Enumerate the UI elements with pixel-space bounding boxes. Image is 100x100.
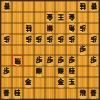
shogi-app: 香桂香金王金桂銀角歩歩歩歩歩歩歩歩歩飛歩歩歩歩歩歩銀銀桂金金玉香桂飛香: [0, 0, 100, 100]
square-r9-c9[interactable]: 香: [88, 88, 99, 99]
square-r9-c3[interactable]: [23, 88, 34, 99]
square-r4-c8[interactable]: [77, 34, 88, 45]
piece-king-gote[interactable]: 王: [56, 12, 65, 22]
square-r1-c5[interactable]: [45, 1, 56, 12]
square-r9-c7[interactable]: [66, 88, 77, 99]
square-r1-c1[interactable]: 香: [1, 1, 12, 12]
square-r6-c4[interactable]: 歩: [34, 55, 45, 66]
piece-silver-sente[interactable]: 銀: [56, 67, 65, 77]
piece-rook-gote[interactable]: 飛: [13, 56, 22, 66]
square-r9-c4[interactable]: [34, 88, 45, 99]
piece-king-sente[interactable]: 玉: [67, 78, 76, 88]
shogi-board: 香桂香金王金桂銀角歩歩歩歩歩歩歩歩歩飛歩歩歩歩歩歩銀銀桂金金玉香桂飛香: [0, 0, 100, 100]
square-r5-c1[interactable]: [1, 45, 12, 56]
piece-pawn-sente[interactable]: 歩: [34, 56, 43, 66]
piece-pawn-gote[interactable]: 歩: [2, 34, 11, 44]
piece-pawn-gote[interactable]: 歩: [67, 34, 76, 44]
piece-pawn-gote[interactable]: 歩: [56, 34, 65, 44]
square-r1-c3[interactable]: [23, 1, 34, 12]
square-r6-c5[interactable]: 歩: [45, 55, 56, 66]
piece-pawn-gote[interactable]: 歩: [24, 34, 33, 44]
square-r1-c6[interactable]: [55, 1, 66, 12]
piece-silver-gote[interactable]: 銀: [45, 23, 54, 33]
square-r6-c9[interactable]: 歩: [88, 55, 99, 66]
square-r6-c7[interactable]: 歩: [66, 55, 77, 66]
square-r4-c4[interactable]: 歩: [34, 34, 45, 45]
piece-pawn-gote[interactable]: 歩: [45, 34, 54, 44]
square-r2-c3[interactable]: [23, 12, 34, 23]
square-r2-c7[interactable]: 金: [66, 12, 77, 23]
square-r3-c4[interactable]: [34, 23, 45, 34]
piece-knight-gote[interactable]: 桂: [78, 1, 87, 11]
piece-pawn-sente[interactable]: 歩: [45, 56, 54, 66]
square-r4-c9[interactable]: 歩: [88, 34, 99, 45]
square-r7-c1[interactable]: 歩: [1, 66, 12, 77]
piece-gold-gote[interactable]: 金: [67, 12, 76, 22]
square-r9-c8[interactable]: 飛: [77, 88, 88, 99]
square-r7-c2[interactable]: [12, 66, 23, 77]
square-r2-c6[interactable]: 王: [55, 12, 66, 23]
piece-rook-sente[interactable]: 飛: [78, 88, 87, 98]
square-r3-c1[interactable]: [1, 23, 12, 34]
square-r4-c6[interactable]: 歩: [55, 34, 66, 45]
square-r2-c2[interactable]: [12, 12, 23, 23]
square-r2-c8[interactable]: [77, 12, 88, 23]
square-r5-c4[interactable]: [34, 45, 45, 56]
square-r1-c9[interactable]: 香: [88, 1, 99, 12]
square-r2-c9[interactable]: [88, 12, 99, 23]
piece-pawn-sente[interactable]: 歩: [78, 45, 87, 55]
square-r7-c8[interactable]: [77, 66, 88, 77]
square-r7-c9[interactable]: [88, 66, 99, 77]
square-r7-c3[interactable]: [23, 66, 34, 77]
piece-lance-gote[interactable]: 香: [2, 1, 11, 11]
square-r3-c5[interactable]: 銀: [45, 23, 56, 34]
square-r5-c9[interactable]: [88, 45, 99, 56]
square-r5-c7[interactable]: [66, 45, 77, 56]
square-r4-c7[interactable]: 歩: [66, 34, 77, 45]
square-r3-c3[interactable]: 桂: [23, 23, 34, 34]
piece-pawn-gote[interactable]: 歩: [34, 34, 43, 44]
square-r8-c4[interactable]: [34, 77, 45, 88]
square-r5-c8[interactable]: 歩: [77, 45, 88, 56]
square-r6-c3[interactable]: [23, 55, 34, 66]
square-r3-c7[interactable]: 角: [66, 23, 77, 34]
square-r1-c7[interactable]: [66, 1, 77, 12]
piece-pawn-sente[interactable]: 歩: [2, 67, 11, 77]
square-r8-c9[interactable]: [88, 77, 99, 88]
piece-pawn-gote[interactable]: 歩: [78, 23, 87, 33]
square-r3-c9[interactable]: [88, 23, 99, 34]
square-r1-c4[interactable]: [34, 1, 45, 12]
piece-gold-sente[interactable]: 金: [56, 78, 65, 88]
square-r8-c6[interactable]: 金: [55, 77, 66, 88]
square-r3-c2[interactable]: [12, 23, 23, 34]
square-r8-c1[interactable]: [1, 77, 12, 88]
square-r7-c4[interactable]: 銀: [34, 66, 45, 77]
square-r5-c2[interactable]: [12, 45, 23, 56]
square-r9-c1[interactable]: 香: [1, 88, 12, 99]
square-r4-c5[interactable]: 歩: [45, 34, 56, 45]
square-r6-c8[interactable]: [77, 55, 88, 66]
square-r5-c6[interactable]: [55, 45, 66, 56]
square-r8-c7[interactable]: 玉: [66, 77, 77, 88]
square-r8-c2[interactable]: [12, 77, 23, 88]
piece-knight-gote[interactable]: 桂: [24, 23, 33, 33]
square-r3-c6[interactable]: [55, 23, 66, 34]
square-r8-c3[interactable]: 金: [23, 77, 34, 88]
piece-knight-sente[interactable]: 桂: [67, 67, 76, 77]
piece-gold-sente[interactable]: 金: [24, 78, 33, 88]
square-r2-c1[interactable]: [1, 12, 12, 23]
square-r7-c7[interactable]: 桂: [66, 66, 77, 77]
square-r7-c6[interactable]: 銀: [55, 66, 66, 77]
square-r7-c5[interactable]: [45, 66, 56, 77]
square-r4-c2[interactable]: [12, 34, 23, 45]
square-r8-c5[interactable]: [45, 77, 56, 88]
square-r3-c8[interactable]: 歩: [77, 23, 88, 34]
square-r2-c5[interactable]: 金: [45, 12, 56, 23]
square-r9-c5[interactable]: [45, 88, 56, 99]
square-r6-c2[interactable]: 飛: [12, 55, 23, 66]
square-r5-c3[interactable]: [23, 45, 34, 56]
piece-knight-sente[interactable]: 桂: [13, 88, 22, 98]
square-r9-c2[interactable]: 桂: [12, 88, 23, 99]
square-r5-c5[interactable]: [45, 45, 56, 56]
square-r8-c8[interactable]: [77, 77, 88, 88]
piece-lance-gote[interactable]: 香: [89, 1, 98, 11]
square-r6-c6[interactable]: 歩: [55, 55, 66, 66]
square-r9-c6[interactable]: [55, 88, 66, 99]
square-r1-c8[interactable]: 桂: [77, 1, 88, 12]
square-r4-c3[interactable]: 歩: [23, 34, 34, 45]
piece-pawn-gote[interactable]: 歩: [89, 34, 98, 44]
square-r6-c1[interactable]: [1, 55, 12, 66]
piece-lance-sente[interactable]: 香: [2, 88, 11, 98]
piece-gold-gote[interactable]: 金: [45, 12, 54, 22]
piece-pawn-sente[interactable]: 歩: [89, 56, 98, 66]
piece-lance-sente[interactable]: 香: [89, 88, 98, 98]
piece-bishop-gote[interactable]: 角: [67, 23, 76, 33]
square-r4-c1[interactable]: 歩: [1, 34, 12, 45]
square-r1-c2[interactable]: [12, 1, 23, 12]
piece-silver-sente[interactable]: 銀: [34, 67, 43, 77]
piece-pawn-sente[interactable]: 歩: [56, 56, 65, 66]
square-r2-c4[interactable]: [34, 12, 45, 23]
piece-pawn-sente[interactable]: 歩: [67, 56, 76, 66]
